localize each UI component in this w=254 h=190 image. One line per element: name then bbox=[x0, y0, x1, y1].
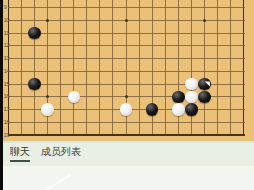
black-stone bbox=[28, 27, 41, 40]
tab-bar: 聊天 成员列表 bbox=[0, 141, 254, 166]
white-stone bbox=[68, 91, 81, 104]
grid-line bbox=[8, 7, 245, 8]
app-root: 910111213141516171819 聊天 成员列表 bbox=[0, 0, 254, 190]
black-stone bbox=[146, 103, 159, 116]
row-coordinate-label: 17 bbox=[4, 106, 16, 113]
black-stone bbox=[185, 103, 198, 116]
row-coordinate-label: 13 bbox=[4, 55, 16, 62]
grid-line bbox=[8, 45, 245, 46]
star-point bbox=[203, 19, 206, 22]
row-coordinate-label: 9 bbox=[4, 4, 16, 11]
grid-line bbox=[8, 33, 245, 34]
black-stone bbox=[28, 78, 41, 91]
black-stone bbox=[198, 78, 211, 91]
screen-edge-bar bbox=[0, 0, 3, 190]
chat-panel bbox=[0, 166, 254, 190]
row-coordinate-label: 10 bbox=[4, 17, 16, 24]
star-point bbox=[46, 95, 49, 98]
row-coordinate-label: 11 bbox=[4, 30, 16, 37]
row-coordinate-label: 14 bbox=[4, 68, 16, 75]
row-coordinate-label: 18 bbox=[4, 119, 16, 126]
black-stone bbox=[172, 91, 185, 104]
tab-chat[interactable]: 聊天 bbox=[10, 145, 30, 162]
white-stone bbox=[185, 78, 198, 91]
star-point bbox=[46, 19, 49, 22]
white-stone bbox=[41, 103, 54, 116]
black-stone bbox=[198, 91, 211, 104]
go-board[interactable]: 910111213141516171819 bbox=[0, 0, 254, 141]
white-stone bbox=[120, 103, 133, 116]
tab-member-list[interactable]: 成员列表 bbox=[41, 145, 81, 162]
grid-line bbox=[8, 71, 245, 72]
grid-line bbox=[8, 134, 245, 136]
panel-highlight-streak bbox=[31, 174, 71, 190]
row-coordinate-label: 19 bbox=[4, 132, 16, 139]
grid-line bbox=[8, 58, 245, 59]
row-coordinate-label: 12 bbox=[4, 42, 16, 49]
star-point bbox=[125, 19, 128, 22]
white-stone bbox=[172, 103, 185, 116]
last-move-triangle-icon bbox=[205, 81, 211, 87]
row-coordinate-label: 16 bbox=[4, 93, 16, 100]
row-coordinate-label: 15 bbox=[4, 81, 16, 88]
grid-line bbox=[8, 122, 245, 123]
white-stone bbox=[185, 91, 198, 104]
